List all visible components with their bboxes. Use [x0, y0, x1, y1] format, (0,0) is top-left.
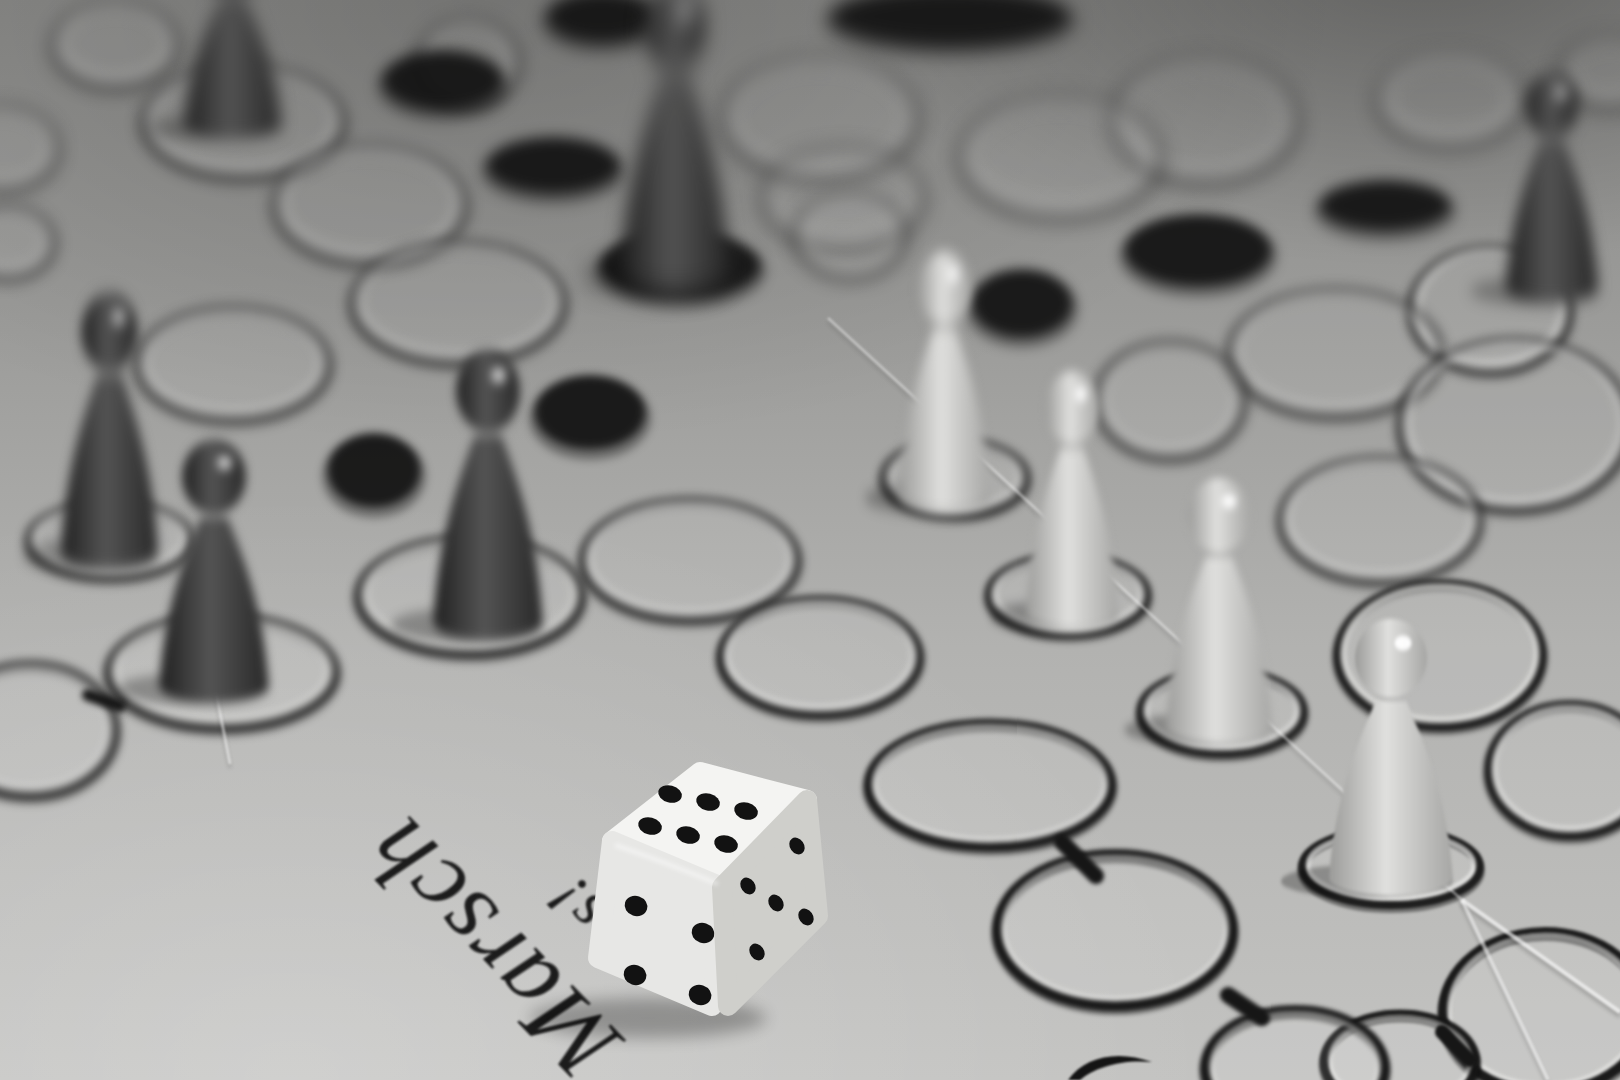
board-space-circle [1488, 704, 1620, 839]
board-space-circle [352, 243, 564, 366]
circle-outline [720, 599, 920, 715]
pawn-head [182, 440, 246, 515]
circle-outline [137, 308, 329, 420]
space-connector [1228, 995, 1262, 1018]
dot [1320, 180, 1450, 230]
pawn-body [621, 75, 729, 293]
pawn-head [918, 251, 971, 325]
pawn-head [1525, 72, 1579, 138]
pawn-head-highlight [678, 2, 693, 19]
circle-outline [582, 500, 798, 620]
board-space-circle [0, 206, 54, 281]
board-letter-fragment [1068, 1056, 1152, 1080]
board-space-circle [0, 106, 58, 193]
circle-outline [1096, 342, 1244, 458]
board-space-circle [795, 193, 905, 280]
circle-outline [53, 3, 177, 87]
pawn-body [61, 375, 158, 570]
board-space-circle [720, 599, 920, 718]
dot [383, 50, 503, 110]
start-field-dot [966, 269, 1078, 348]
circle-outline [1488, 704, 1620, 836]
pawn-head-highlight [491, 367, 506, 383]
dot [972, 269, 1072, 337]
pawn-body [1166, 557, 1273, 744]
pawn-head-highlight [947, 267, 960, 281]
pawn-head-highlight [1222, 494, 1237, 508]
pawn-head-highlight [1394, 636, 1411, 651]
board-space-circle [1378, 55, 1522, 148]
board-space-circle [1280, 458, 1480, 585]
start-field-dot [529, 375, 651, 460]
pawn-head [456, 350, 520, 433]
pawn-head-highlight [1555, 86, 1568, 99]
pawn-head [1188, 478, 1250, 554]
start-field-dot [481, 137, 625, 204]
pawn-head [1045, 371, 1099, 445]
board-space-circle [1096, 342, 1244, 461]
dot [1125, 214, 1271, 286]
dot [328, 433, 420, 507]
pawn-head [644, 0, 707, 71]
circle-outline [960, 97, 1160, 217]
board-space-circle [960, 97, 1160, 220]
pawn-head [81, 293, 138, 372]
pawn-body [900, 329, 990, 512]
pawn-head-highlight [112, 310, 126, 325]
circle-outline [997, 854, 1233, 1006]
board-scene: Marschs! [0, 0, 1620, 1080]
board-space-circle [997, 854, 1233, 1009]
photo-canvas: Marschs! [0, 0, 1620, 1080]
board-space-circle [53, 3, 177, 90]
circle-outline [352, 243, 564, 363]
board-space-circle [137, 308, 329, 423]
pawn-body [433, 436, 542, 641]
pawn-head [1355, 619, 1427, 698]
circle-outline [795, 193, 905, 277]
pawn-head-highlight [1075, 387, 1088, 401]
start-field-dot [824, 0, 1076, 57]
start-field-dot [1314, 180, 1456, 241]
pawn-body [1026, 448, 1118, 630]
start-field-dot [1119, 214, 1277, 297]
pawn-body [1506, 141, 1598, 304]
board-space-circle [0, 664, 116, 799]
dot [487, 137, 619, 193]
circle-outline [1378, 55, 1522, 145]
dot [535, 375, 645, 449]
start-field-dot [322, 433, 426, 518]
pawn-head-highlight [217, 456, 232, 470]
board-space-circle [868, 723, 1112, 850]
circle-outline [1280, 458, 1480, 582]
pawn-body [184, 0, 281, 139]
